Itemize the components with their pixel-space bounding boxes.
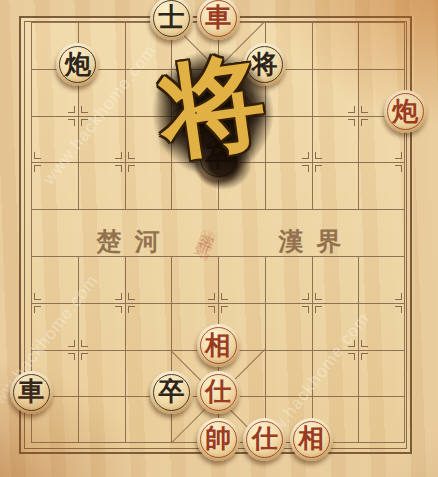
point-marker: [315, 165, 322, 172]
point-marker: [302, 306, 309, 313]
point-marker: [361, 340, 368, 347]
piece-character: 卒: [158, 378, 184, 404]
point-marker: [302, 293, 309, 300]
point-marker: [68, 119, 75, 126]
point-marker: [68, 353, 75, 360]
xiangqi-board-screen: 楚河 漢界 www.hackhome.com www.hackhome.com …: [0, 0, 438, 477]
point-marker: [128, 306, 135, 313]
board-cell[interactable]: [312, 22, 359, 69]
piece-character: 車: [205, 4, 231, 30]
point-marker: [348, 353, 355, 360]
point-marker: [115, 306, 122, 313]
piece-character: 卒: [205, 144, 231, 170]
black-soldier-hidden-piece[interactable]: 卒: [197, 137, 240, 180]
piece-character: 帥: [205, 425, 231, 451]
black-advisor-piece[interactable]: 士: [150, 0, 193, 40]
board-cell[interactable]: [78, 396, 125, 443]
board-cell[interactable]: [265, 350, 312, 397]
point-marker: [302, 152, 309, 159]
point-marker: [348, 119, 355, 126]
point-marker: [208, 306, 215, 313]
piece-character: 炮: [65, 51, 91, 77]
black-soldier-piece[interactable]: 卒: [150, 371, 193, 414]
point-marker: [395, 165, 402, 172]
red-advisor-2-piece[interactable]: 仕: [243, 418, 286, 461]
piece-character: 仕: [252, 425, 278, 451]
point-marker: [115, 165, 122, 172]
board-cell[interactable]: [358, 396, 405, 443]
river-label-right: 漢界: [266, 225, 355, 258]
board-cell[interactable]: [171, 209, 218, 256]
point-marker: [348, 340, 355, 347]
point-marker: [302, 165, 309, 172]
red-elephant-piece[interactable]: 相: [197, 324, 240, 367]
piece-character: 相: [205, 332, 231, 358]
point-marker: [68, 340, 75, 347]
river-label-left: 楚河: [84, 225, 173, 258]
point-marker: [81, 119, 88, 126]
point-marker: [115, 152, 122, 159]
point-marker: [395, 152, 402, 159]
point-marker: [81, 340, 88, 347]
board-cell[interactable]: [31, 209, 78, 256]
red-chariot-piece[interactable]: 車: [197, 0, 240, 40]
point-marker: [128, 152, 135, 159]
black-chariot-piece[interactable]: 車: [10, 371, 53, 414]
point-marker: [34, 293, 41, 300]
piece-character: 相: [299, 425, 325, 451]
piece-character: 仕: [205, 378, 231, 404]
point-marker: [208, 293, 215, 300]
point-marker: [81, 106, 88, 113]
point-marker: [34, 152, 41, 159]
red-general-piece[interactable]: 帥: [197, 418, 240, 461]
point-marker: [68, 106, 75, 113]
piece-character: 車: [18, 378, 44, 404]
board-cell[interactable]: [358, 209, 405, 256]
board-cell[interactable]: [358, 22, 405, 69]
point-marker: [128, 293, 135, 300]
point-marker: [221, 293, 228, 300]
piece-character: 将: [252, 51, 278, 77]
point-marker: [361, 106, 368, 113]
point-marker: [34, 306, 41, 313]
piece-character: 炮: [392, 98, 418, 124]
point-marker: [395, 293, 402, 300]
point-marker: [128, 165, 135, 172]
point-marker: [34, 165, 41, 172]
point-marker: [315, 152, 322, 159]
point-marker: [315, 293, 322, 300]
point-marker: [81, 353, 88, 360]
point-marker: [348, 106, 355, 113]
point-marker: [361, 353, 368, 360]
red-cannon-piece[interactable]: 炮: [384, 90, 427, 133]
board-cell[interactable]: [218, 209, 265, 256]
point-marker: [315, 306, 322, 313]
point-marker: [115, 293, 122, 300]
board-cell[interactable]: [125, 69, 172, 116]
red-advisor-piece[interactable]: 仕: [197, 371, 240, 414]
point-marker: [395, 306, 402, 313]
piece-character: 士: [158, 4, 184, 30]
red-elephant-2-piece[interactable]: 相: [290, 418, 333, 461]
point-marker: [221, 306, 228, 313]
point-marker: [361, 119, 368, 126]
